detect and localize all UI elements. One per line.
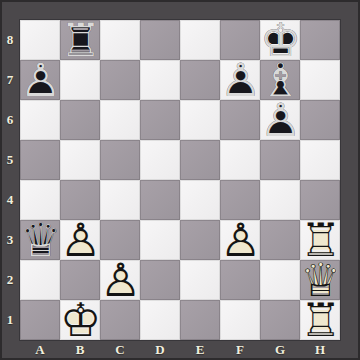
piece-white-rook[interactable]: ♜♖ [300, 220, 340, 260]
square-b3[interactable]: ♟♙ [60, 220, 100, 260]
piece-black-bishop[interactable]: ♝♗ [260, 60, 300, 100]
piece-glyph-fill: ♟ [220, 60, 260, 100]
file-label-a: A [20, 340, 60, 360]
piece-glyph-line: ♔ [60, 300, 100, 340]
piece-white-rook[interactable]: ♜♖ [300, 300, 340, 340]
rank-label-2: 2 [0, 260, 20, 300]
piece-glyph-line: ♗ [260, 60, 300, 100]
square-e5[interactable] [180, 140, 220, 180]
square-h6[interactable] [300, 100, 340, 140]
square-e6[interactable] [180, 100, 220, 140]
square-f3[interactable]: ♟♙ [220, 220, 260, 260]
square-h5[interactable] [300, 140, 340, 180]
square-c3[interactable] [100, 220, 140, 260]
piece-glyph-line: ♖ [60, 20, 100, 60]
square-g8[interactable]: ♚♔ [260, 20, 300, 60]
square-g3[interactable] [260, 220, 300, 260]
square-b2[interactable] [60, 260, 100, 300]
piece-glyph-line: ♙ [20, 60, 60, 100]
square-a7[interactable]: ♟♙ [20, 60, 60, 100]
piece-glyph-line: ♙ [220, 220, 260, 260]
square-d1[interactable] [140, 300, 180, 340]
piece-glyph-fill: ♛ [300, 260, 340, 300]
square-a8[interactable] [20, 20, 60, 60]
piece-glyph-fill: ♜ [60, 20, 100, 60]
square-h2[interactable]: ♛♕ [300, 260, 340, 300]
square-g6[interactable]: ♟♙ [260, 100, 300, 140]
file-labels: ABCDEFGH [20, 340, 340, 360]
rank-label-1: 1 [0, 300, 20, 340]
square-f2[interactable] [220, 260, 260, 300]
piece-glyph-fill: ♜ [300, 220, 340, 260]
square-f5[interactable] [220, 140, 260, 180]
piece-glyph-fill: ♚ [60, 300, 100, 340]
square-c2[interactable]: ♟♙ [100, 260, 140, 300]
chess-board: ♜♖♚♔♟♙♟♙♝♗♟♙♛♕♟♙♟♙♜♖♟♙♛♕♚♔♜♖ [20, 20, 340, 340]
square-c5[interactable] [100, 140, 140, 180]
square-c8[interactable] [100, 20, 140, 60]
square-g5[interactable] [260, 140, 300, 180]
piece-glyph-fill: ♟ [20, 60, 60, 100]
file-label-g: G [260, 340, 300, 360]
piece-glyph-fill: ♟ [220, 220, 260, 260]
piece-glyph-fill: ♚ [260, 20, 300, 60]
piece-glyph-line: ♖ [300, 300, 340, 340]
piece-glyph-line: ♙ [220, 60, 260, 100]
square-e8[interactable] [180, 20, 220, 60]
square-d5[interactable] [140, 140, 180, 180]
square-f8[interactable] [220, 20, 260, 60]
square-c4[interactable] [100, 180, 140, 220]
square-c7[interactable] [100, 60, 140, 100]
piece-black-pawn[interactable]: ♟♙ [220, 60, 260, 100]
piece-white-pawn[interactable]: ♟♙ [100, 260, 140, 300]
piece-glyph-fill: ♛ [20, 220, 60, 260]
file-label-f: F [220, 340, 260, 360]
square-f4[interactable] [220, 180, 260, 220]
piece-white-pawn[interactable]: ♟♙ [220, 220, 260, 260]
piece-glyph-fill: ♜ [300, 300, 340, 340]
square-g1[interactable] [260, 300, 300, 340]
square-e4[interactable] [180, 180, 220, 220]
square-d2[interactable] [140, 260, 180, 300]
piece-black-pawn[interactable]: ♟♙ [260, 100, 300, 140]
square-f1[interactable] [220, 300, 260, 340]
piece-glyph-line: ♖ [300, 220, 340, 260]
file-label-d: D [140, 340, 180, 360]
rank-label-4: 4 [0, 180, 20, 220]
square-b4[interactable] [60, 180, 100, 220]
rank-label-8: 8 [0, 20, 20, 60]
piece-black-queen[interactable]: ♛♕ [20, 220, 60, 260]
piece-glyph-line: ♕ [20, 220, 60, 260]
square-h1[interactable]: ♜♖ [300, 300, 340, 340]
square-e3[interactable] [180, 220, 220, 260]
square-e2[interactable] [180, 260, 220, 300]
rank-label-3: 3 [0, 220, 20, 260]
piece-glyph-fill: ♟ [60, 220, 100, 260]
square-h7[interactable] [300, 60, 340, 100]
square-c1[interactable] [100, 300, 140, 340]
square-d6[interactable] [140, 100, 180, 140]
piece-white-pawn[interactable]: ♟♙ [60, 220, 100, 260]
piece-glyph-fill: ♟ [100, 260, 140, 300]
square-d8[interactable] [140, 20, 180, 60]
piece-glyph-fill: ♟ [260, 100, 300, 140]
piece-white-queen[interactable]: ♛♕ [300, 260, 340, 300]
square-a6[interactable] [20, 100, 60, 140]
square-e1[interactable] [180, 300, 220, 340]
square-b8[interactable]: ♜♖ [60, 20, 100, 60]
square-a4[interactable] [20, 180, 60, 220]
piece-black-pawn[interactable]: ♟♙ [20, 60, 60, 100]
piece-glyph-line: ♕ [300, 260, 340, 300]
square-d4[interactable] [140, 180, 180, 220]
square-a2[interactable] [20, 260, 60, 300]
square-e7[interactable] [180, 60, 220, 100]
chess-board-frame: 87654321 ♜♖♚♔♟♙♟♙♝♗♟♙♛♕♟♙♟♙♜♖♟♙♛♕♚♔♜♖ AB… [0, 0, 360, 360]
rank-label-5: 5 [0, 140, 20, 180]
piece-glyph-fill: ♝ [260, 60, 300, 100]
square-b5[interactable] [60, 140, 100, 180]
rank-label-6: 6 [0, 100, 20, 140]
square-a3[interactable]: ♛♕ [20, 220, 60, 260]
square-d3[interactable] [140, 220, 180, 260]
piece-glyph-line: ♙ [60, 220, 100, 260]
file-label-h: H [300, 340, 340, 360]
file-label-b: B [60, 340, 100, 360]
piece-glyph-line: ♙ [100, 260, 140, 300]
square-g2[interactable] [260, 260, 300, 300]
square-g7[interactable]: ♝♗ [260, 60, 300, 100]
file-label-c: C [100, 340, 140, 360]
square-b6[interactable] [60, 100, 100, 140]
square-g4[interactable] [260, 180, 300, 220]
rank-label-7: 7 [0, 60, 20, 100]
piece-glyph-line: ♔ [260, 20, 300, 60]
rank-labels: 87654321 [0, 20, 20, 340]
piece-glyph-line: ♙ [260, 100, 300, 140]
square-f6[interactable] [220, 100, 260, 140]
square-f7[interactable]: ♟♙ [220, 60, 260, 100]
piece-black-rook[interactable]: ♜♖ [60, 20, 100, 60]
square-d7[interactable] [140, 60, 180, 100]
square-c6[interactable] [100, 100, 140, 140]
square-h3[interactable]: ♜♖ [300, 220, 340, 260]
square-h4[interactable] [300, 180, 340, 220]
square-a5[interactable] [20, 140, 60, 180]
square-b1[interactable]: ♚♔ [60, 300, 100, 340]
file-label-e: E [180, 340, 220, 360]
square-a1[interactable] [20, 300, 60, 340]
square-h8[interactable] [300, 20, 340, 60]
piece-black-king[interactable]: ♚♔ [260, 20, 300, 60]
square-b7[interactable] [60, 60, 100, 100]
piece-white-king[interactable]: ♚♔ [60, 300, 100, 340]
